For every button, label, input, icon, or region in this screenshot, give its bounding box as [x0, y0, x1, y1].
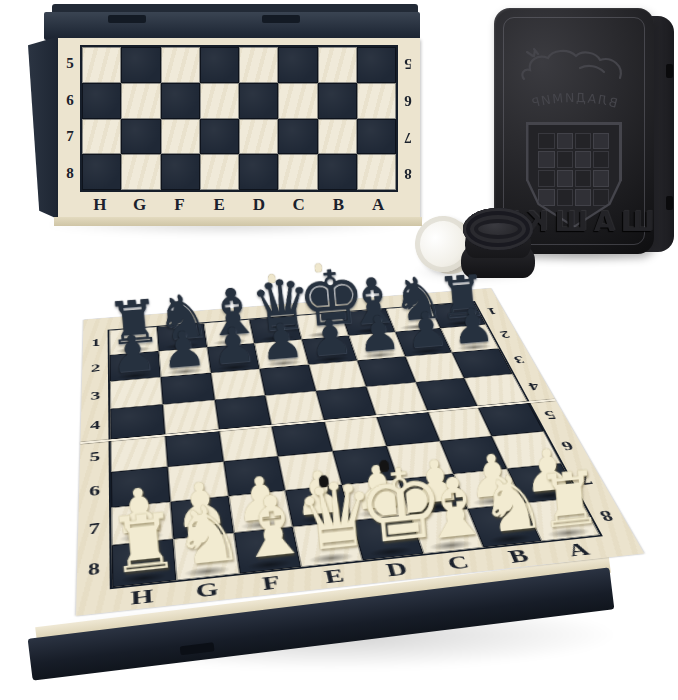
square-g2: ♟	[158, 347, 210, 377]
piece-black-pawn: ♟	[255, 315, 308, 367]
piece-white-queen: ♛	[293, 470, 362, 565]
square-e2: ♟	[254, 339, 308, 368]
piece-white-rook: ♜	[105, 502, 176, 585]
shield-checker-cell	[593, 133, 609, 150]
square-f3	[210, 368, 265, 400]
piece-black-pawn: ♟	[304, 311, 357, 363]
square-h7	[82, 119, 121, 155]
rank-label-4: 4	[83, 409, 108, 442]
shield-checker-cell	[539, 133, 555, 150]
file-label-b: B	[319, 194, 359, 216]
piece-black-pawn: ♟	[352, 308, 404, 360]
square-c6	[278, 83, 317, 119]
rank-label-8: 8	[398, 155, 418, 192]
square-g5	[121, 47, 160, 83]
folded-board-face: 5678 5678 HGFEDCBA	[58, 38, 420, 218]
square-c7	[278, 119, 317, 155]
shield-checker-cell	[593, 189, 609, 206]
square-c5	[278, 47, 317, 83]
square-f5	[161, 47, 200, 83]
shield-checker-cell	[557, 170, 573, 187]
square-b8	[318, 154, 357, 190]
folded-board-rank-labels-right: 5678	[398, 45, 418, 192]
piece-white-knight: ♞	[476, 464, 542, 546]
piece-white-knight: ♞	[169, 494, 239, 579]
rank-label-6: 6	[398, 82, 418, 119]
shield-checker-cell	[557, 151, 573, 168]
rank-label-7: 7	[80, 508, 108, 550]
file-label-g: G	[120, 194, 160, 216]
piece-black-pawn: ♟	[105, 327, 160, 380]
hinge-icon	[262, 15, 300, 23]
square-d5	[239, 47, 278, 83]
square-f8: ♝	[233, 527, 301, 574]
hinge-icon	[108, 15, 146, 23]
black-checker-top-face	[463, 208, 533, 250]
product-photo-scene: 5678 5678 HGFEDCBA	[0, 0, 678, 700]
rank-label-7: 7	[398, 119, 418, 156]
square-d2: ♟	[302, 336, 357, 365]
royal-finial-tip	[315, 263, 323, 272]
square-d8	[239, 154, 278, 190]
rank-label-5: 5	[82, 440, 108, 475]
square-d6	[239, 83, 278, 119]
folded-board-file-labels: HGFEDCBA	[80, 194, 398, 216]
square-e7	[200, 119, 239, 155]
square-g8: ♞	[173, 533, 239, 580]
file-label-d: D	[239, 194, 279, 216]
piece-white-bishop: ♝	[231, 483, 301, 572]
square-d5	[324, 415, 386, 451]
piece-black-pawn: ♟	[156, 323, 210, 376]
square-h5	[82, 47, 121, 83]
shield-checker-cell	[539, 189, 555, 206]
shield-checker-cell	[593, 170, 609, 187]
square-b6	[318, 83, 357, 119]
square-g8	[121, 154, 160, 190]
square-g4	[163, 400, 219, 434]
rank-label-8: 8	[60, 155, 80, 192]
file-label-e: E	[199, 194, 239, 216]
square-e5	[272, 420, 333, 456]
square-a8	[357, 154, 396, 190]
royal-finial-tip	[319, 474, 329, 487]
file-label-f: F	[160, 194, 200, 216]
main-board-rank-labels-left: 12345678	[79, 330, 108, 593]
shield-checker-cell	[557, 133, 573, 150]
rank-label-7: 7	[60, 119, 80, 156]
square-a5	[357, 47, 396, 83]
rank-label-1: 1	[85, 330, 107, 356]
piece-white-king: ♚	[354, 455, 423, 559]
square-a7	[357, 119, 396, 155]
square-f2: ♟	[207, 343, 260, 372]
board-clasp-icon	[180, 642, 215, 655]
folded-board-top-edge	[44, 12, 420, 40]
shield-checker-cell	[575, 189, 591, 206]
folded-board-bottom-bevel	[54, 217, 422, 226]
square-f6	[161, 83, 200, 119]
square-h8	[82, 154, 121, 190]
square-g7	[121, 119, 160, 155]
square-d8: ♚	[352, 515, 423, 560]
square-f8	[161, 154, 200, 190]
square-f7	[161, 119, 200, 155]
folded-board-left-edge	[28, 36, 60, 220]
emblem-region-text: ВЛАДИМИР	[509, 86, 639, 116]
file-label-c: C	[279, 194, 319, 216]
box-clasp-icon	[666, 196, 673, 210]
square-e8	[200, 154, 239, 190]
square-e5	[200, 47, 239, 83]
rank-label-8: 8	[79, 547, 108, 592]
square-e8: ♛	[293, 521, 363, 567]
rank-label-5: 5	[60, 45, 80, 82]
shield-checker-cell	[539, 151, 555, 168]
square-h8: ♜	[112, 539, 176, 587]
rank-label-2: 2	[84, 355, 107, 383]
shield-checker-cell	[575, 133, 591, 150]
shield-checker-cell	[539, 170, 555, 187]
folded-chess-board: 5678 5678 HGFEDCBA	[24, 2, 428, 234]
file-label-h: H	[80, 194, 120, 216]
rank-label-6: 6	[60, 82, 80, 119]
square-h5	[111, 434, 168, 472]
square-b7	[318, 119, 357, 155]
square-b5	[318, 47, 357, 83]
square-h6	[82, 83, 121, 119]
square-a6	[357, 83, 396, 119]
box-clasp-icon	[666, 64, 673, 78]
square-f5	[219, 425, 279, 462]
vladimir-coat-of-arms: ВЛАДИМИР	[509, 48, 639, 228]
square-e6	[200, 83, 239, 119]
svg-text:ВЛАДИМИР: ВЛАДИМИР	[529, 90, 619, 111]
file-label-a: A	[358, 194, 398, 216]
folded-board-grid	[80, 45, 398, 192]
royal-finial-tip	[379, 459, 389, 472]
square-c2: ♟	[348, 332, 404, 361]
royal-finial-tip	[268, 273, 276, 283]
piece-black-pawn: ♟	[400, 304, 451, 355]
rank-label-3: 3	[83, 381, 107, 411]
rank-label-5: 5	[398, 45, 418, 82]
piece-black-pawn: ♟	[206, 319, 260, 372]
piece-white-rook: ♜	[535, 461, 600, 540]
shield-checker-cell	[575, 170, 591, 187]
folded-board-rank-labels-left: 5678	[60, 45, 80, 192]
square-h3	[110, 377, 163, 409]
square-g6	[121, 83, 160, 119]
shield-checker-cell	[557, 189, 573, 206]
square-d7	[239, 119, 278, 155]
shield-checker-cell	[575, 151, 591, 168]
square-c4	[366, 382, 427, 415]
shield-checker-cell	[593, 151, 609, 168]
square-h2: ♟	[110, 351, 161, 381]
lion-crest-icon	[514, 48, 634, 82]
piece-white-bishop: ♝	[415, 465, 482, 552]
square-e4	[265, 391, 324, 425]
square-c8	[278, 154, 317, 190]
